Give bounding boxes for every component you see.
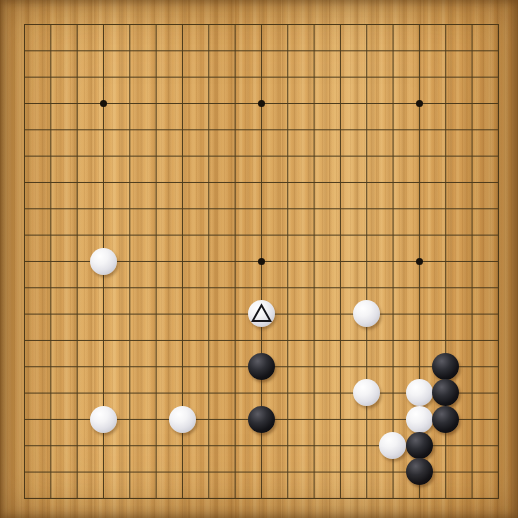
white-stone[interactable] <box>406 406 433 433</box>
intersection[interactable] <box>37 406 63 432</box>
intersection[interactable] <box>274 327 300 353</box>
intersection[interactable] <box>248 63 274 89</box>
black-stone[interactable] <box>432 353 459 380</box>
intersection[interactable] <box>169 458 195 484</box>
intersection[interactable] <box>37 63 63 89</box>
intersection[interactable] <box>300 221 326 247</box>
intersection[interactable] <box>169 248 195 274</box>
intersection[interactable] <box>90 327 116 353</box>
intersection[interactable] <box>37 458 63 484</box>
intersection[interactable] <box>169 379 195 405</box>
intersection[interactable] <box>195 195 221 221</box>
intersection[interactable] <box>274 11 300 37</box>
intersection[interactable] <box>274 432 300 458</box>
intersection[interactable] <box>142 248 168 274</box>
intersection[interactable] <box>432 274 458 300</box>
intersection[interactable] <box>248 379 274 405</box>
intersection[interactable] <box>90 195 116 221</box>
intersection[interactable] <box>432 90 458 116</box>
white-stone[interactable] <box>379 432 406 459</box>
intersection[interactable] <box>11 300 37 326</box>
intersection[interactable] <box>485 169 511 195</box>
intersection[interactable] <box>485 221 511 247</box>
intersection[interactable] <box>485 248 511 274</box>
intersection[interactable] <box>142 63 168 89</box>
intersection[interactable] <box>195 221 221 247</box>
intersection[interactable] <box>142 353 168 379</box>
intersection[interactable] <box>458 63 484 89</box>
intersection[interactable] <box>458 274 484 300</box>
intersection[interactable] <box>274 221 300 247</box>
intersection[interactable] <box>274 379 300 405</box>
white-stone[interactable] <box>90 248 117 275</box>
intersection[interactable] <box>169 485 195 511</box>
intersection[interactable] <box>432 485 458 511</box>
intersection[interactable] <box>11 458 37 484</box>
intersection[interactable] <box>327 142 353 168</box>
intersection[interactable] <box>274 63 300 89</box>
intersection[interactable] <box>169 221 195 247</box>
intersection[interactable] <box>485 458 511 484</box>
intersection[interactable] <box>37 379 63 405</box>
intersection[interactable] <box>221 458 247 484</box>
white-stone[interactable] <box>90 406 117 433</box>
intersection[interactable] <box>248 116 274 142</box>
intersection[interactable] <box>11 116 37 142</box>
intersection[interactable] <box>116 63 142 89</box>
intersection[interactable] <box>485 300 511 326</box>
intersection[interactable] <box>485 63 511 89</box>
intersection[interactable] <box>142 485 168 511</box>
intersection[interactable] <box>11 63 37 89</box>
intersection[interactable] <box>274 195 300 221</box>
intersection[interactable] <box>300 300 326 326</box>
intersection[interactable] <box>432 169 458 195</box>
intersection[interactable] <box>90 274 116 300</box>
black-stone[interactable] <box>248 406 275 433</box>
intersection[interactable] <box>116 327 142 353</box>
intersection[interactable] <box>248 11 274 37</box>
intersection[interactable] <box>379 142 405 168</box>
intersection[interactable] <box>458 327 484 353</box>
intersection[interactable] <box>142 11 168 37</box>
intersection[interactable] <box>63 485 89 511</box>
intersection[interactable] <box>142 300 168 326</box>
intersection[interactable] <box>11 195 37 221</box>
intersection[interactable] <box>90 63 116 89</box>
intersection[interactable] <box>353 11 379 37</box>
go-board[interactable] <box>0 0 518 518</box>
intersection[interactable] <box>327 327 353 353</box>
intersection[interactable] <box>37 274 63 300</box>
intersection[interactable] <box>485 379 511 405</box>
intersection[interactable] <box>432 11 458 37</box>
intersection[interactable] <box>458 379 484 405</box>
intersection[interactable] <box>300 142 326 168</box>
intersection[interactable] <box>327 169 353 195</box>
intersection[interactable] <box>63 432 89 458</box>
intersection[interactable] <box>142 379 168 405</box>
intersection[interactable] <box>11 485 37 511</box>
intersection[interactable] <box>90 379 116 405</box>
intersection[interactable] <box>195 142 221 168</box>
intersection[interactable] <box>63 300 89 326</box>
intersection[interactable] <box>11 353 37 379</box>
intersection[interactable] <box>63 37 89 63</box>
intersection[interactable] <box>195 432 221 458</box>
intersection[interactable] <box>353 169 379 195</box>
intersection[interactable] <box>248 195 274 221</box>
intersection[interactable] <box>327 116 353 142</box>
intersection[interactable] <box>300 116 326 142</box>
intersection[interactable] <box>63 274 89 300</box>
intersection[interactable] <box>353 37 379 63</box>
intersection[interactable] <box>274 248 300 274</box>
intersection[interactable] <box>90 90 116 116</box>
intersection[interactable] <box>142 458 168 484</box>
intersection[interactable] <box>406 142 432 168</box>
intersection[interactable] <box>195 63 221 89</box>
intersection[interactable] <box>353 142 379 168</box>
intersection[interactable] <box>195 90 221 116</box>
intersection[interactable] <box>63 458 89 484</box>
intersection[interactable] <box>63 327 89 353</box>
white-stone[interactable] <box>353 379 380 406</box>
intersection[interactable] <box>458 248 484 274</box>
intersection[interactable] <box>379 11 405 37</box>
intersection[interactable] <box>458 485 484 511</box>
intersection[interactable] <box>379 63 405 89</box>
intersection[interactable] <box>248 90 274 116</box>
intersection[interactable] <box>300 63 326 89</box>
black-stone[interactable] <box>432 379 459 406</box>
intersection[interactable] <box>116 485 142 511</box>
intersection[interactable] <box>37 300 63 326</box>
intersection[interactable] <box>195 353 221 379</box>
intersection[interactable] <box>300 90 326 116</box>
intersection[interactable] <box>195 11 221 37</box>
intersection[interactable] <box>142 37 168 63</box>
intersection[interactable] <box>327 63 353 89</box>
intersection[interactable] <box>142 221 168 247</box>
intersection[interactable] <box>11 11 37 37</box>
intersection[interactable] <box>195 406 221 432</box>
intersection[interactable] <box>432 221 458 247</box>
intersection[interactable] <box>353 432 379 458</box>
intersection[interactable] <box>485 195 511 221</box>
intersection[interactable] <box>90 221 116 247</box>
intersection[interactable] <box>11 37 37 63</box>
intersection[interactable] <box>300 353 326 379</box>
intersection[interactable] <box>458 195 484 221</box>
intersection[interactable] <box>379 274 405 300</box>
intersection[interactable] <box>406 90 432 116</box>
intersection[interactable] <box>248 248 274 274</box>
intersection[interactable] <box>432 195 458 221</box>
intersection[interactable] <box>327 274 353 300</box>
intersection[interactable] <box>221 195 247 221</box>
intersection[interactable] <box>406 11 432 37</box>
intersection[interactable] <box>221 248 247 274</box>
intersection[interactable] <box>353 485 379 511</box>
intersection[interactable] <box>248 458 274 484</box>
intersection[interactable] <box>195 248 221 274</box>
intersection[interactable] <box>116 432 142 458</box>
intersection[interactable] <box>327 432 353 458</box>
intersection[interactable] <box>169 90 195 116</box>
intersection[interactable] <box>63 406 89 432</box>
intersection[interactable] <box>300 11 326 37</box>
intersection[interactable] <box>221 90 247 116</box>
intersection[interactable] <box>274 300 300 326</box>
intersection[interactable] <box>485 142 511 168</box>
intersection[interactable] <box>142 327 168 353</box>
intersection[interactable] <box>327 195 353 221</box>
intersection[interactable] <box>63 379 89 405</box>
intersection[interactable] <box>37 90 63 116</box>
intersection[interactable] <box>221 37 247 63</box>
intersection[interactable] <box>485 432 511 458</box>
intersection[interactable] <box>116 11 142 37</box>
intersection[interactable] <box>379 406 405 432</box>
intersection[interactable] <box>142 90 168 116</box>
intersection[interactable] <box>221 406 247 432</box>
intersection[interactable] <box>116 248 142 274</box>
intersection[interactable] <box>327 248 353 274</box>
black-stone[interactable] <box>248 353 275 380</box>
intersection[interactable] <box>406 248 432 274</box>
intersection[interactable] <box>11 248 37 274</box>
intersection[interactable] <box>300 458 326 484</box>
intersection[interactable] <box>195 327 221 353</box>
intersection[interactable] <box>142 406 168 432</box>
intersection[interactable] <box>169 37 195 63</box>
intersection[interactable] <box>11 406 37 432</box>
intersection[interactable] <box>485 274 511 300</box>
intersection[interactable] <box>353 274 379 300</box>
intersection[interactable] <box>274 485 300 511</box>
intersection[interactable] <box>11 90 37 116</box>
intersection[interactable] <box>248 221 274 247</box>
intersection[interactable] <box>90 485 116 511</box>
intersection[interactable] <box>432 300 458 326</box>
intersection[interactable] <box>353 221 379 247</box>
intersection[interactable] <box>116 142 142 168</box>
intersection[interactable] <box>142 169 168 195</box>
intersection[interactable] <box>485 116 511 142</box>
intersection[interactable] <box>11 274 37 300</box>
intersection[interactable] <box>274 274 300 300</box>
intersection[interactable] <box>327 221 353 247</box>
intersection[interactable] <box>195 379 221 405</box>
intersection[interactable] <box>11 379 37 405</box>
intersection[interactable] <box>458 169 484 195</box>
intersection[interactable] <box>221 63 247 89</box>
intersection[interactable] <box>248 142 274 168</box>
intersection[interactable] <box>90 169 116 195</box>
intersection[interactable] <box>248 327 274 353</box>
intersection[interactable] <box>406 327 432 353</box>
intersection[interactable] <box>221 11 247 37</box>
intersection[interactable] <box>37 195 63 221</box>
intersection[interactable] <box>274 37 300 63</box>
intersection[interactable] <box>169 116 195 142</box>
intersection[interactable] <box>248 485 274 511</box>
intersection[interactable] <box>248 169 274 195</box>
intersection[interactable] <box>379 195 405 221</box>
intersection[interactable] <box>406 353 432 379</box>
intersection[interactable] <box>63 116 89 142</box>
intersection[interactable] <box>37 11 63 37</box>
intersection[interactable] <box>195 169 221 195</box>
intersection[interactable] <box>63 142 89 168</box>
intersection[interactable] <box>406 37 432 63</box>
intersection[interactable] <box>169 142 195 168</box>
intersection[interactable] <box>379 300 405 326</box>
intersection[interactable] <box>300 406 326 432</box>
white-stone[interactable] <box>353 300 380 327</box>
intersection[interactable] <box>327 353 353 379</box>
intersection[interactable] <box>432 142 458 168</box>
intersection[interactable] <box>327 458 353 484</box>
intersection[interactable] <box>195 37 221 63</box>
intersection[interactable] <box>458 406 484 432</box>
intersection[interactable] <box>406 221 432 247</box>
intersection[interactable] <box>353 195 379 221</box>
intersection[interactable] <box>195 274 221 300</box>
intersection[interactable] <box>274 458 300 484</box>
intersection[interactable] <box>300 195 326 221</box>
intersection[interactable] <box>169 195 195 221</box>
intersection[interactable] <box>458 432 484 458</box>
intersection[interactable] <box>379 327 405 353</box>
intersection[interactable] <box>90 37 116 63</box>
intersection[interactable] <box>221 327 247 353</box>
intersection[interactable] <box>116 274 142 300</box>
intersection[interactable] <box>37 353 63 379</box>
intersection[interactable] <box>485 37 511 63</box>
intersection[interactable] <box>379 379 405 405</box>
intersection[interactable] <box>221 116 247 142</box>
intersection[interactable] <box>406 63 432 89</box>
intersection[interactable] <box>116 37 142 63</box>
intersection[interactable] <box>142 116 168 142</box>
intersection[interactable] <box>327 37 353 63</box>
intersection[interactable] <box>221 379 247 405</box>
intersection[interactable] <box>195 300 221 326</box>
intersection[interactable] <box>142 142 168 168</box>
intersection[interactable] <box>37 142 63 168</box>
intersection[interactable] <box>274 353 300 379</box>
intersection[interactable] <box>169 432 195 458</box>
black-stone[interactable] <box>406 458 433 485</box>
intersection[interactable] <box>379 169 405 195</box>
intersection[interactable] <box>221 432 247 458</box>
intersection[interactable] <box>195 458 221 484</box>
intersection[interactable] <box>195 116 221 142</box>
black-stone[interactable] <box>406 432 433 459</box>
intersection[interactable] <box>90 353 116 379</box>
intersection[interactable] <box>300 37 326 63</box>
intersection[interactable] <box>116 221 142 247</box>
white-stone[interactable] <box>248 300 275 327</box>
intersection[interactable] <box>300 327 326 353</box>
intersection[interactable] <box>327 300 353 326</box>
intersection[interactable] <box>406 195 432 221</box>
intersection[interactable] <box>63 353 89 379</box>
intersection[interactable] <box>116 379 142 405</box>
intersection[interactable] <box>353 458 379 484</box>
intersection[interactable] <box>379 353 405 379</box>
intersection[interactable] <box>169 300 195 326</box>
intersection[interactable] <box>300 485 326 511</box>
intersection[interactable] <box>221 485 247 511</box>
intersection[interactable] <box>406 300 432 326</box>
intersection[interactable] <box>248 274 274 300</box>
intersection[interactable] <box>300 379 326 405</box>
intersection[interactable] <box>432 116 458 142</box>
intersection[interactable] <box>90 116 116 142</box>
intersection[interactable] <box>379 90 405 116</box>
intersection[interactable] <box>485 11 511 37</box>
intersection[interactable] <box>63 195 89 221</box>
intersection[interactable] <box>37 327 63 353</box>
white-stone[interactable] <box>169 406 196 433</box>
intersection[interactable] <box>11 221 37 247</box>
intersection[interactable] <box>406 116 432 142</box>
intersection[interactable] <box>458 353 484 379</box>
intersection[interactable] <box>37 485 63 511</box>
intersection[interactable] <box>485 353 511 379</box>
intersection[interactable] <box>327 379 353 405</box>
intersection[interactable] <box>379 37 405 63</box>
intersection[interactable] <box>90 458 116 484</box>
intersection[interactable] <box>37 169 63 195</box>
intersection[interactable] <box>221 300 247 326</box>
intersection[interactable] <box>11 327 37 353</box>
intersection[interactable] <box>300 432 326 458</box>
intersection[interactable] <box>458 11 484 37</box>
intersection[interactable] <box>379 116 405 142</box>
intersection[interactable] <box>90 432 116 458</box>
intersection[interactable] <box>116 300 142 326</box>
intersection[interactable] <box>274 406 300 432</box>
intersection[interactable] <box>169 63 195 89</box>
intersection[interactable] <box>353 327 379 353</box>
white-stone[interactable] <box>406 379 433 406</box>
intersection[interactable] <box>116 353 142 379</box>
intersection[interactable] <box>37 116 63 142</box>
intersection[interactable] <box>169 169 195 195</box>
intersection[interactable] <box>458 116 484 142</box>
black-stone[interactable] <box>432 406 459 433</box>
intersection[interactable] <box>379 221 405 247</box>
intersection[interactable] <box>63 248 89 274</box>
intersection[interactable] <box>63 221 89 247</box>
intersection[interactable] <box>353 248 379 274</box>
intersection[interactable] <box>116 195 142 221</box>
intersection[interactable] <box>221 142 247 168</box>
intersection[interactable] <box>274 116 300 142</box>
intersection[interactable] <box>195 485 221 511</box>
intersection[interactable] <box>116 90 142 116</box>
intersection[interactable] <box>327 406 353 432</box>
intersection[interactable] <box>458 90 484 116</box>
intersection[interactable] <box>142 432 168 458</box>
intersection[interactable] <box>300 169 326 195</box>
intersection[interactable] <box>379 248 405 274</box>
intersection[interactable] <box>63 11 89 37</box>
